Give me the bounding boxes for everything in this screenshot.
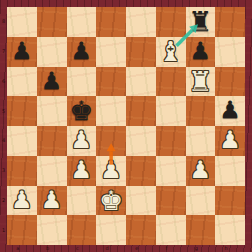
- rank-label-7: 7: [1, 49, 6, 54]
- square-d4[interactable]: [96, 126, 126, 156]
- rank-label-4: 4: [1, 138, 6, 143]
- square-g2[interactable]: [186, 186, 216, 216]
- square-b3[interactable]: [37, 156, 67, 186]
- square-a8[interactable]: [7, 7, 37, 37]
- square-a3[interactable]: [7, 156, 37, 186]
- chess-board: ♜♟♟♝♟♟♜♚♟♟♟♟♟♟♟♟♚: [7, 7, 245, 245]
- white-pawn[interactable]: ♟: [67, 156, 97, 186]
- file-label-a: a: [14, 246, 22, 251]
- square-a4[interactable]: [7, 126, 37, 156]
- file-label-d: d: [103, 246, 111, 251]
- square-f3[interactable]: [156, 156, 186, 186]
- square-d6[interactable]: [96, 67, 126, 97]
- file-label-g: g: [192, 246, 200, 251]
- square-c3[interactable]: ♟: [67, 156, 97, 186]
- square-e8[interactable]: [126, 7, 156, 37]
- white-pawn[interactable]: ♟: [7, 186, 37, 216]
- square-b2[interactable]: ♟: [37, 186, 67, 216]
- black-pawn[interactable]: ♟: [7, 37, 37, 67]
- white-pawn[interactable]: ♟: [96, 156, 126, 186]
- white-bishop[interactable]: ♝: [156, 37, 186, 67]
- square-e6[interactable]: [126, 67, 156, 97]
- square-h5[interactable]: ♟: [215, 96, 245, 126]
- square-h8[interactable]: [215, 7, 245, 37]
- square-f7[interactable]: ♝: [156, 37, 186, 67]
- square-h6[interactable]: [215, 67, 245, 97]
- white-pawn[interactable]: ♟: [67, 126, 97, 156]
- square-b5[interactable]: [37, 96, 67, 126]
- square-a6[interactable]: [7, 67, 37, 97]
- square-f6[interactable]: [156, 67, 186, 97]
- square-b1[interactable]: [37, 215, 67, 245]
- square-g4[interactable]: [186, 126, 216, 156]
- rank-label-2: 2: [1, 198, 6, 203]
- black-pawn[interactable]: ♟: [37, 67, 67, 97]
- square-g6[interactable]: ♜: [186, 67, 216, 97]
- square-d8[interactable]: [96, 7, 126, 37]
- square-f1[interactable]: [156, 215, 186, 245]
- square-f8[interactable]: [156, 7, 186, 37]
- square-f4[interactable]: [156, 126, 186, 156]
- square-f5[interactable]: [156, 96, 186, 126]
- rank-label-6: 6: [1, 79, 6, 84]
- black-pawn[interactable]: ♟: [186, 37, 216, 67]
- square-d7[interactable]: [96, 37, 126, 67]
- square-g7[interactable]: ♟: [186, 37, 216, 67]
- square-a5[interactable]: [7, 96, 37, 126]
- square-h1[interactable]: [215, 215, 245, 245]
- square-b7[interactable]: [37, 37, 67, 67]
- square-c4[interactable]: ♟: [67, 126, 97, 156]
- square-c1[interactable]: [67, 215, 97, 245]
- file-label-e: e: [133, 246, 141, 251]
- file-label-h: h: [222, 246, 230, 251]
- square-a1[interactable]: [7, 215, 37, 245]
- chess-board-frame: ♜♟♟♝♟♟♜♚♟♟♟♟♟♟♟♟♚ 87654321abcdefgh: [0, 0, 252, 252]
- square-e1[interactable]: [126, 215, 156, 245]
- rank-label-3: 3: [1, 168, 6, 173]
- square-b6[interactable]: ♟: [37, 67, 67, 97]
- square-c7[interactable]: ♟: [67, 37, 97, 67]
- square-g5[interactable]: [186, 96, 216, 126]
- square-a2[interactable]: ♟: [7, 186, 37, 216]
- square-c8[interactable]: [67, 7, 97, 37]
- square-b8[interactable]: [37, 7, 67, 37]
- black-pawn[interactable]: ♟: [215, 96, 245, 126]
- square-e7[interactable]: [126, 37, 156, 67]
- white-king[interactable]: ♚: [96, 186, 126, 216]
- square-f2[interactable]: [156, 186, 186, 216]
- white-pawn[interactable]: ♟: [186, 156, 216, 186]
- square-d2[interactable]: ♚: [96, 186, 126, 216]
- square-h7[interactable]: [215, 37, 245, 67]
- square-e3[interactable]: [126, 156, 156, 186]
- square-d1[interactable]: [96, 215, 126, 245]
- rank-label-8: 8: [1, 19, 6, 24]
- square-g8[interactable]: ♜: [186, 7, 216, 37]
- black-pawn[interactable]: ♟: [67, 37, 97, 67]
- square-h2[interactable]: [215, 186, 245, 216]
- black-rook[interactable]: ♜: [186, 7, 216, 37]
- rank-label-1: 1: [1, 228, 6, 233]
- square-c5[interactable]: ♚: [67, 96, 97, 126]
- square-e4[interactable]: [126, 126, 156, 156]
- black-king[interactable]: ♚: [67, 96, 97, 126]
- square-c6[interactable]: [67, 67, 97, 97]
- square-c2[interactable]: [67, 186, 97, 216]
- square-d3[interactable]: ♟: [96, 156, 126, 186]
- file-label-b: b: [44, 246, 52, 251]
- white-pawn[interactable]: ♟: [37, 186, 67, 216]
- white-rook[interactable]: ♜: [186, 67, 216, 97]
- square-a7[interactable]: ♟: [7, 37, 37, 67]
- square-g1[interactable]: [186, 215, 216, 245]
- square-h4[interactable]: ♟: [215, 126, 245, 156]
- square-e2[interactable]: [126, 186, 156, 216]
- square-d5[interactable]: [96, 96, 126, 126]
- white-pawn[interactable]: ♟: [215, 126, 245, 156]
- square-g3[interactable]: ♟: [186, 156, 216, 186]
- square-e5[interactable]: [126, 96, 156, 126]
- square-h3[interactable]: [215, 156, 245, 186]
- square-b4[interactable]: [37, 126, 67, 156]
- file-label-f: f: [163, 246, 171, 251]
- file-label-c: c: [73, 246, 81, 251]
- rank-label-5: 5: [1, 109, 6, 114]
